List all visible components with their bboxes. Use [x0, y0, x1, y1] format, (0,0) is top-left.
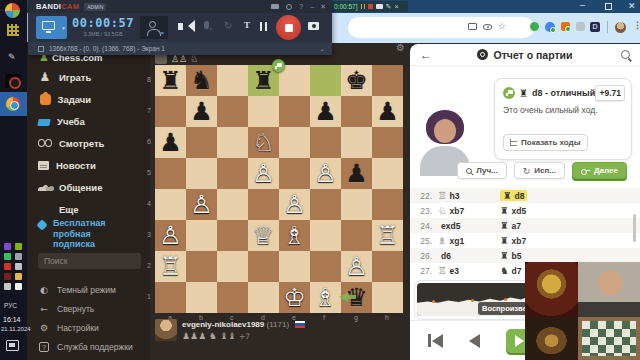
url-input[interactable] — [348, 17, 534, 38]
square-f8[interactable] — [310, 65, 341, 96]
rank-label-2: 2 — [142, 262, 151, 269]
mouse-effect-icon[interactable]: ↻ — [224, 20, 232, 31]
file-label-f: f — [323, 314, 325, 321]
binoculars-icon — [38, 136, 52, 150]
square-b6[interactable] — [186, 127, 217, 158]
evaluation-badge: +9.71 — [595, 85, 625, 101]
panel-header: ← Отчет о партии — [410, 44, 640, 66]
best-move-button[interactable]: Луч... — [457, 162, 506, 179]
sidebar-item-ellipsis[interactable]: Еще — [27, 198, 150, 220]
chesscom-sidebar: ♟ Chess.com Играть Задачи Учеба Смотреть… — [27, 42, 150, 360]
move-row-23[interactable]: 23. ♘xb7 ♜xd5 — [410, 203, 640, 218]
report-magnifier-icon — [477, 49, 488, 60]
bottom-player-captured-pieces: ♟♟♟ ♞ ♝♝ +7 — [182, 331, 250, 341]
square-b4[interactable]: ♙ — [186, 189, 217, 220]
mini-screenshot-icon[interactable] — [376, 4, 383, 9]
square-a3[interactable]: ♙ — [155, 220, 186, 251]
sidebar-item-label: Новости — [56, 160, 96, 171]
square-b8[interactable]: ♞ — [186, 65, 217, 96]
search-input[interactable] — [38, 253, 141, 269]
next-button[interactable]: Далее — [572, 162, 627, 179]
help-icon[interactable]: ? — [299, 3, 303, 10]
admin-badge: ADMIN — [84, 3, 106, 11]
piece-white-pawn[interactable]: ♙ — [310, 158, 341, 189]
language-indicator[interactable]: РУС — [4, 302, 17, 309]
white-move[interactable]: ♗xg1 — [438, 235, 500, 246]
square-f3[interactable] — [310, 220, 341, 251]
square-d2[interactable] — [248, 251, 279, 282]
coach-speech-bubble: ♜ d8 - отличный ход +9.71 Это очень силь… — [494, 78, 632, 160]
moon-icon: ◐ — [38, 285, 50, 295]
window-close-button[interactable]: ✕ — [628, 1, 636, 11]
square-d4[interactable] — [248, 189, 279, 220]
extension-orange-icon[interactable] — [561, 22, 570, 31]
square-h7[interactable]: ♟ — [372, 96, 403, 127]
mini-close-icon[interactable]: × — [394, 3, 398, 10]
show-moves-icon — [510, 139, 517, 146]
square-f6[interactable] — [310, 127, 341, 158]
microphone-muted-icon[interactable] — [204, 21, 209, 29]
tray-icon[interactable] — [15, 283, 22, 290]
square-b3[interactable] — [186, 220, 217, 251]
black-move[interactable]: ♜xb7 — [500, 235, 562, 246]
chess-board[interactable]: ♜♞♜♚♟♟♟♟♘♙♙♟♙♙♙♕♗♖♖♙♔♗♛ — [155, 65, 403, 313]
square-g8[interactable]: ♚ — [341, 65, 372, 96]
square-e5[interactable] — [279, 158, 310, 189]
piece-white-king[interactable]: ♔ — [279, 282, 310, 313]
colorful-app-icon[interactable] — [5, 3, 20, 18]
move-row-24[interactable]: 24. exd5 ♜a7 — [410, 218, 640, 233]
square-a6[interactable]: ♟ — [155, 127, 186, 158]
square-b1[interactable] — [186, 282, 217, 313]
square-g3[interactable] — [341, 220, 372, 251]
target-checkbox[interactable] — [38, 46, 44, 52]
sidebar-item-label: Общение — [59, 182, 102, 193]
square-h4[interactable] — [372, 189, 403, 220]
square-c7[interactable] — [217, 96, 248, 127]
move-number: 25. — [410, 236, 438, 246]
bandicam-toolbar: ▼ 00:00:57 3.3MB / 93.5GB × ↻ T — [28, 13, 332, 42]
top-player-captured-pieces: ♙♙ ♘ — [171, 54, 198, 64]
ellipsis-icon — [38, 202, 52, 216]
square-d7[interactable] — [248, 96, 279, 127]
square-e8[interactable] — [279, 65, 310, 96]
sidebar-item-grad-cap[interactable]: Учеба — [27, 110, 150, 132]
panel-title: Отчет о партии — [493, 49, 572, 61]
file-label-g: g — [354, 314, 358, 321]
piece-black-rook[interactable]: ♜ — [155, 65, 186, 96]
webcam-person-icon — [149, 21, 156, 28]
windows-taskbar: ✎ РУС 16:14 21.11.2024 — [0, 0, 27, 360]
square-e2[interactable] — [279, 251, 310, 282]
moved-piece-icon: ♜ — [519, 88, 528, 99]
square-h1[interactable] — [372, 282, 403, 313]
square-c6[interactable] — [217, 127, 248, 158]
sidebar-item-puzzle[interactable]: Задачи — [27, 88, 150, 110]
bandicam-logo: BANDICAM — [36, 2, 79, 11]
move-number: 24. — [410, 221, 438, 231]
black-move[interactable]: ♜b5 — [500, 250, 562, 261]
sidebar-nav: Играть Задачи Учеба Смотреть Новости Общ… — [27, 66, 150, 220]
previous-move-button[interactable] — [469, 334, 480, 348]
square-e1[interactable]: ♔ — [279, 282, 310, 313]
free-trial-label: Бесплатная пробная подписка — [53, 218, 123, 250]
piece-white-pawn[interactable]: ♙ — [279, 189, 310, 220]
gear-icon: ⚙ — [38, 323, 50, 333]
sidebar-item-label: Смотреть — [59, 138, 104, 149]
square-a5[interactable] — [155, 158, 186, 189]
system-tray — [4, 243, 24, 290]
mini-stop-icon[interactable] — [368, 4, 373, 9]
notification-center-icon[interactable] — [6, 340, 19, 351]
clock-date[interactable]: 21.11.2024 — [1, 326, 31, 332]
clock-time[interactable]: 16:14 — [3, 316, 21, 323]
website-icon[interactable] — [286, 4, 292, 10]
move-number: 27. — [410, 266, 438, 276]
black-move[interactable]: ♜xd5 — [500, 205, 562, 216]
extensions-puzzle-icon[interactable] — [576, 22, 585, 31]
square-h8[interactable] — [372, 65, 403, 96]
key-icon — [581, 168, 590, 173]
magnifier-icon — [466, 168, 472, 174]
square-g7[interactable] — [341, 96, 372, 127]
piece-white-pawn[interactable]: ♙ — [248, 158, 279, 189]
square-f2[interactable] — [310, 251, 341, 282]
square-c5[interactable] — [217, 158, 248, 189]
extension-green-icon[interactable] — [530, 22, 539, 31]
rank-label-4: 4 — [142, 200, 151, 207]
square-h3[interactable]: ♖ — [372, 220, 403, 251]
window-minimize-button[interactable]: – — [580, 0, 585, 10]
bandicam-status-bar: 1366x768 - (0, 0), (1366, 768) - Экран 1… — [28, 42, 332, 55]
piece-white-pawn[interactable]: ♙ — [341, 251, 372, 282]
black-move[interactable]: ♜a7 — [500, 220, 562, 231]
bandicam-title-bar: BANDICAM ADMIN ? – ✕ — [28, 0, 332, 13]
extension-d-icon[interactable]: D — [590, 22, 600, 32]
bandicam-minimize-icon[interactable]: – — [310, 3, 314, 10]
square-d5[interactable]: ♙ — [248, 158, 279, 189]
zoom-search-icon[interactable] — [621, 50, 630, 59]
move-list-scrollbar[interactable] — [633, 214, 636, 242]
recorder-app-icon[interactable] — [5, 74, 21, 88]
divider — [607, 21, 608, 33]
square-c1[interactable] — [217, 282, 248, 313]
grid-app-icon[interactable] — [7, 24, 19, 36]
chessboard-photo — [578, 317, 640, 360]
piece-black-knight[interactable]: ♞ — [186, 65, 217, 96]
browser-menu-kebab-icon[interactable]: ⋮ — [633, 20, 640, 30]
square-h5[interactable] — [372, 158, 403, 189]
webcam-toggle-button[interactable]: × — [140, 16, 168, 39]
sidebar-footer-gear[interactable]: ⚙Настройки — [27, 318, 150, 337]
piece-white-bishop[interactable]: ♗ — [279, 220, 310, 251]
square-h6[interactable] — [372, 127, 403, 158]
target-chevron-icon[interactable]: ⌄ — [319, 45, 325, 53]
black-move[interactable]: ♜d8 — [500, 190, 562, 201]
grad-cap-icon — [37, 119, 50, 126]
bottom-player-rating: (1171) — [267, 320, 290, 329]
mistake-dot — [471, 299, 474, 302]
coach-face — [434, 119, 456, 143]
rank-label-5: 5 — [142, 169, 151, 176]
report-actions: Луч... ↻ Исп... Далее — [410, 162, 640, 179]
file-label-e: e — [292, 314, 296, 321]
sidebar-item-label: Учеба — [57, 116, 85, 127]
square-b2[interactable] — [186, 251, 217, 282]
stop-recording-button[interactable] — [276, 15, 301, 40]
white-move[interactable]: ♘xb7 — [438, 205, 500, 216]
reader-eye-icon[interactable] — [483, 24, 492, 30]
extension-blue-icon[interactable] — [545, 22, 555, 32]
screenshot-button[interactable] — [308, 22, 319, 30]
tray-icon[interactable] — [4, 283, 11, 290]
bottom-player-avatar — [155, 319, 177, 341]
desktop: ☆ D ⋮ – ✕ 0:00:57] ✎ × ♟ Chess.com Играт… — [0, 0, 640, 360]
board-settings-gear-icon[interactable]: ⚙ — [396, 42, 405, 53]
move-row-26[interactable]: 26. d6 ♜b5 — [410, 248, 640, 263]
bottom-player-name: evgeniy-nikolaev1989 (1171) — [182, 320, 289, 329]
white-move[interactable]: ♖h3 — [438, 190, 500, 201]
sidebar-item-label: Еще — [59, 204, 79, 215]
square-a2[interactable]: ♖ — [155, 251, 186, 282]
collapse-icon: ← — [38, 304, 50, 314]
square-c2[interactable] — [217, 251, 248, 282]
square-b5[interactable] — [186, 158, 217, 189]
piece-white-pawn[interactable]: ♙ — [155, 220, 186, 251]
piece-white-rook[interactable]: ♖ — [372, 220, 403, 251]
browser-profile-avatar[interactable] — [615, 22, 626, 33]
pawn-icon — [38, 70, 52, 84]
square-d3[interactable]: ♕ — [248, 220, 279, 251]
speaker-icon[interactable] — [178, 23, 183, 30]
piece-white-rook[interactable]: ♖ — [155, 251, 186, 282]
mini-pause-icon[interactable] — [361, 4, 365, 9]
military-badge-image — [525, 317, 578, 360]
tray-icon[interactable] — [4, 253, 11, 260]
chrome-icon[interactable] — [6, 97, 20, 111]
tray-icon[interactable] — [15, 273, 22, 280]
rank-label-3: 3 — [142, 231, 151, 238]
bandicam-window: BANDICAM ADMIN ? – ✕ ▼ 00:00:57 3.3MB / … — [28, 0, 332, 55]
square-e4[interactable]: ♙ — [279, 189, 310, 220]
pause-button[interactable] — [260, 22, 267, 31]
retry-button[interactable]: ↻ Исп... — [514, 162, 565, 179]
piece-white-queen[interactable]: ♕ — [248, 220, 279, 251]
screen-target-button[interactable]: ▼ — [36, 16, 67, 39]
free-trial-link[interactable]: Бесплатная пробная подписка — [38, 218, 123, 250]
rank-labels: 87654321 — [144, 65, 153, 313]
square-f7[interactable]: ♟ — [310, 96, 341, 127]
help-icon: ? — [38, 342, 50, 352]
square-a7[interactable] — [155, 96, 186, 127]
tray-icon[interactable] — [4, 273, 11, 280]
recording-size: 3.3MB / 93.5GB — [72, 31, 134, 37]
retry-icon: ↻ — [523, 166, 531, 176]
move-row-25[interactable]: 25. ♗xg1 ♜xb7 — [410, 233, 640, 248]
piece-black-pawn[interactable]: ♟ — [186, 96, 217, 127]
white-move[interactable]: ♖e3 — [438, 265, 500, 276]
sidebar-item-people[interactable]: Общение — [27, 176, 150, 198]
rank-label-8: 8 — [142, 76, 151, 83]
square-c3[interactable] — [217, 220, 248, 251]
current-move-chip[interactable]: ♜d8 — [500, 190, 527, 201]
open-folder-icon[interactable] — [271, 4, 279, 9]
webcam-face — [578, 262, 640, 317]
white-move[interactable]: d6 — [438, 251, 500, 261]
bookmark-star-icon[interactable]: ☆ — [498, 21, 506, 31]
sidebar-item-news[interactable]: Новости — [27, 154, 150, 176]
diamond-icon — [36, 219, 47, 230]
first-move-button[interactable] — [428, 334, 443, 348]
mini-recording-timer: 0:00:57] — [334, 3, 358, 10]
russia-flag-icon — [295, 321, 305, 328]
square-a4[interactable] — [155, 189, 186, 220]
rank-label-1: 1 — [142, 293, 151, 300]
piece-white-pawn[interactable]: ♙ — [186, 189, 217, 220]
tray-icon[interactable] — [15, 253, 22, 260]
square-a8[interactable]: ♜ — [155, 65, 186, 96]
excellent-move-badge — [272, 59, 285, 72]
tray-icon[interactable] — [4, 263, 11, 270]
piece-black-king[interactable]: ♚ — [341, 65, 372, 96]
square-f5[interactable]: ♙ — [310, 158, 341, 189]
bandicam-close-icon[interactable]: ✕ — [320, 3, 326, 11]
sidebar-footer-moon[interactable]: ◐Темный режим — [27, 280, 150, 299]
coat-of-arms-image — [525, 262, 578, 317]
coach-comment: Это очень сильный ход. — [503, 105, 598, 115]
sidebar-footer-help[interactable]: ?Служба поддержки — [27, 337, 150, 356]
pen-app-icon[interactable]: ✎ — [8, 52, 16, 62]
square-f4[interactable] — [310, 189, 341, 220]
square-e6[interactable] — [279, 127, 310, 158]
sidebar-item-pawn[interactable]: Играть — [27, 66, 150, 88]
move-number: 26. — [410, 251, 438, 261]
webcam-overlay — [525, 262, 640, 360]
mini-pencil-icon[interactable]: ✎ — [386, 3, 392, 10]
rank-label-6: 6 — [142, 138, 151, 145]
square-e3[interactable]: ♗ — [279, 220, 310, 251]
square-d6[interactable]: ♘ — [248, 127, 279, 158]
cast-icon[interactable] — [468, 23, 477, 30]
material-advantage: +7 — [239, 332, 250, 341]
move-arrow — [334, 293, 356, 301]
square-e7[interactable] — [279, 96, 310, 127]
recording-timer: 00:00:57 — [72, 16, 134, 30]
bandicam-mini-bar: 0:00:57] ✎ × — [331, 1, 408, 12]
mistake-dot — [504, 298, 507, 301]
news-icon — [38, 161, 49, 170]
square-g6[interactable] — [341, 127, 372, 158]
square-d1[interactable] — [248, 282, 279, 313]
square-a1[interactable] — [155, 282, 186, 313]
sidebar-footer: ◐Темный режим←Свернуть⚙Настройки?Служба … — [27, 280, 150, 356]
move-number: 22. — [410, 191, 438, 201]
piece-white-knight[interactable]: ♘ — [248, 127, 279, 158]
tray-icon[interactable] — [4, 243, 11, 250]
sidebar-item-binoculars[interactable]: Смотреть — [27, 132, 150, 154]
window-maximize-button[interactable] — [605, 3, 612, 10]
white-move[interactable]: exd5 — [438, 221, 500, 231]
tray-icon[interactable] — [15, 263, 22, 270]
sidebar-footer-collapse[interactable]: ←Свернуть — [27, 299, 150, 318]
excellent-move-thumbs-up-icon — [503, 87, 515, 99]
sidebar-item-label: Играть — [59, 72, 91, 83]
text-overlay-icon[interactable]: T — [244, 20, 250, 30]
move-row-22[interactable]: 22. ♖h3 ♜d8 — [410, 188, 640, 203]
piece-black-pawn[interactable]: ♟ — [310, 96, 341, 127]
square-c4[interactable] — [217, 189, 248, 220]
puzzle-icon — [40, 94, 51, 105]
square-b7[interactable]: ♟ — [186, 96, 217, 127]
move-number: 23. — [410, 206, 438, 216]
square-g5[interactable]: ♟ — [341, 158, 372, 189]
piece-black-pawn[interactable]: ♟ — [372, 96, 403, 127]
piece-black-pawn[interactable]: ♟ — [155, 127, 186, 158]
square-g4[interactable] — [341, 189, 372, 220]
file-label-h: h — [385, 314, 389, 321]
square-g2[interactable]: ♙ — [341, 251, 372, 282]
piece-black-pawn[interactable]: ♟ — [341, 158, 372, 189]
square-h2[interactable] — [372, 251, 403, 282]
people-icon — [38, 180, 52, 194]
rank-label-7: 7 — [142, 107, 151, 114]
square-c8[interactable] — [217, 65, 248, 96]
capture-target-text: 1366x768 - (0, 0), (1366, 768) - Экран 1 — [49, 45, 165, 52]
sidebar-item-label: Задачи — [58, 94, 92, 105]
show-moves-button[interactable]: Показать ходы — [503, 134, 588, 151]
tray-icon[interactable] — [15, 243, 22, 250]
